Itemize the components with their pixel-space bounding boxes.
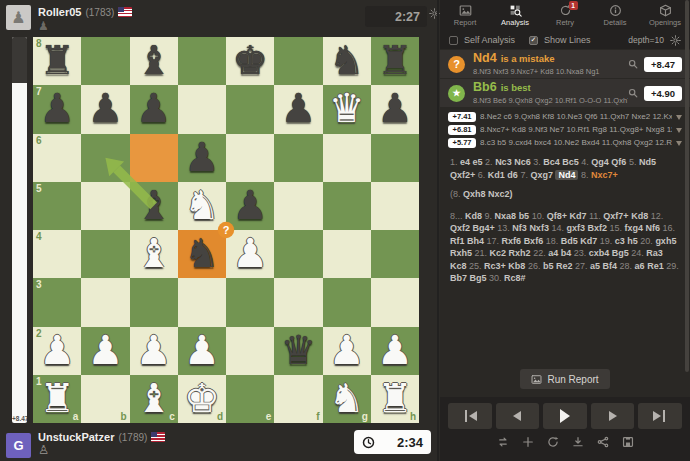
move[interactable]: Rxh2	[509, 248, 531, 258]
move-number: 18.	[546, 236, 559, 246]
chess-analysis-app: ♟ +8.47 G Roller05 (1783) ♟ 2:27 Unstuck…	[0, 0, 690, 461]
move[interactable]: Qxf7+	[603, 211, 628, 221]
move[interactable]: b4	[561, 248, 572, 258]
square-c2[interactable]: ♟	[130, 327, 178, 375]
white-pawn-c2: ♟	[130, 327, 178, 375]
white-pawn-d2: ♟	[178, 327, 226, 375]
white-pawn-e4: ♟	[226, 230, 274, 278]
move[interactable]: Bf4	[603, 261, 618, 271]
black-pawn-h7: ♟	[371, 85, 419, 133]
square-d7[interactable]	[178, 85, 226, 133]
bottom-player-row: UnstuckPatzer (1789)	[38, 431, 165, 443]
square-h6[interactable]	[371, 134, 419, 182]
move[interactable]: h5	[627, 236, 638, 246]
square-a1[interactable]: 1a♜	[33, 375, 81, 423]
expand-caret-icon[interactable]	[676, 115, 682, 123]
top-player-name[interactable]: Roller05	[38, 6, 81, 18]
move[interactable]: Qf8+	[547, 211, 567, 221]
move[interactable]: gxh5	[655, 236, 676, 246]
move-number: 10.	[532, 211, 545, 221]
move[interactable]: Bc4	[543, 157, 560, 167]
move[interactable]: Kd8	[465, 211, 482, 221]
square-h1[interactable]: h♜	[371, 375, 419, 423]
self-analysis-label: Self Analysis	[464, 35, 515, 45]
square-f6[interactable]	[274, 134, 322, 182]
square-g8[interactable]: ♞	[323, 37, 371, 85]
move[interactable]: e5	[473, 157, 483, 167]
eval-badge: +4.90	[644, 86, 682, 101]
square-h3[interactable]	[371, 278, 419, 326]
tab-label: Retry	[556, 18, 574, 27]
move[interactable]: Bxf2	[587, 223, 607, 233]
move[interactable]: Nxc7+	[591, 170, 618, 180]
rank-label-4: 4	[36, 231, 42, 242]
move-list: 1. e4 e5 2. Nc3 Nc6 3. Bc4 Bc5 4. Qg4 Qf…	[440, 150, 690, 291]
black-knight-d4: ♞	[178, 230, 226, 278]
play-icon	[560, 409, 570, 423]
square-e1[interactable]: e	[226, 375, 274, 423]
file-label-d: d	[217, 411, 223, 422]
move[interactable]: fxg4	[625, 223, 644, 233]
file-label-e: e	[266, 411, 272, 422]
move-number: 8...	[450, 211, 463, 221]
skip-end-icon	[653, 410, 668, 422]
move[interactable]: Nc3	[495, 157, 512, 167]
depth-indicator: depth=10	[628, 35, 664, 45]
move-number: 21.	[475, 248, 488, 258]
square-g7[interactable]: ♛	[323, 85, 371, 133]
file-label-h: h	[410, 411, 416, 422]
square-b5[interactable]	[81, 182, 129, 230]
square-f1[interactable]: f	[274, 375, 322, 423]
file-label-c: c	[169, 411, 175, 422]
square-a5[interactable]: 5	[33, 182, 81, 230]
move[interactable]: b5	[519, 211, 530, 221]
move-number: 7.	[520, 170, 528, 180]
best-move-star-icon: ★	[448, 85, 465, 102]
move[interactable]: a6	[635, 261, 645, 271]
mainline-moves: 1. e4 e5 2. Nc3 Nc6 3. Bc4 Bc5 4. Qg4 Qf…	[450, 156, 680, 181]
square-e7[interactable]	[226, 85, 274, 133]
tab-retry[interactable]: 1Retry	[540, 4, 590, 27]
file-label-g: g	[362, 411, 368, 422]
engine-eval-badge: +5.77	[448, 138, 476, 148]
square-c5[interactable]: ♝	[130, 182, 178, 230]
square-d3[interactable]	[178, 278, 226, 326]
flip-board-icon[interactable]	[497, 436, 509, 448]
move-number: 13.	[497, 223, 510, 233]
black-pawn-f7: ♟	[274, 85, 322, 133]
square-d5[interactable]: ♞	[178, 182, 226, 230]
move[interactable]: Kd7	[569, 211, 586, 221]
move[interactable]: d6	[507, 170, 518, 180]
square-h5[interactable]	[371, 182, 419, 230]
avatar-top-player[interactable]: ♟	[6, 5, 31, 30]
black-knight-g8: ♞	[323, 37, 371, 85]
move-number: 22.	[533, 248, 546, 258]
tab-label: Analysis	[501, 18, 529, 27]
black-pawn-d6: ♟	[178, 134, 226, 182]
download-icon[interactable]	[572, 436, 584, 448]
panel-spacer	[440, 291, 690, 370]
step-back-button[interactable]	[496, 403, 540, 429]
step-forward-icon	[609, 411, 617, 421]
skip-end-button[interactable]	[638, 403, 682, 429]
white-queen-g7: ♛	[323, 85, 371, 133]
move[interactable]: Qxh8	[463, 189, 486, 199]
black-pawn-e5: ♟	[226, 182, 274, 230]
square-g5[interactable]	[323, 182, 371, 230]
feedback-line: 8.Nf3 Be6 9.Qxh8 Qxg2 10.Rf1 O-O-O 11.Qx…	[473, 96, 628, 105]
engine-line-moves: 8.Nxc7+ Kd8 9.Nf3 Ne7 10.Rf1 Rg8 11.Qxg8…	[480, 125, 672, 134]
square-g6[interactable]	[323, 134, 371, 182]
engine-lines: +7.418.Ne2 c6 9.Qxh8 Kf8 10.Ne3 Qf6 11.Q…	[440, 107, 690, 150]
move[interactable]: Nd4	[555, 170, 578, 180]
show-lines-checkbox[interactable]: ✓	[529, 36, 538, 45]
panel-tab-bar: ReportAnalysis1RetryDetailsOpenings	[440, 0, 690, 31]
move[interactable]: Bg5	[470, 273, 487, 283]
playback-controls	[440, 397, 690, 461]
square-f5[interactable]	[274, 182, 322, 230]
black-pawn-b7: ♟	[81, 85, 129, 133]
square-b3[interactable]	[81, 278, 129, 326]
move-number: 6.	[478, 170, 486, 180]
tab-label: Details	[604, 18, 627, 27]
square-b4[interactable]	[81, 230, 129, 278]
self-analysis-checkbox[interactable]	[449, 36, 458, 45]
move[interactable]: Nf6	[646, 223, 661, 233]
move-number: 2.	[485, 157, 493, 167]
move[interactable]: Nxf3	[529, 223, 549, 233]
move[interactable]: Kd1	[488, 170, 505, 180]
engine-line-2[interactable]: +6.818.Nxc7+ Kd8 9.Nf3 Ne7 10.Rf1 Rg8 11…	[448, 124, 682, 135]
square-d2[interactable]: ♟	[178, 327, 226, 375]
move[interactable]: Qf6	[611, 157, 626, 167]
move-number: 17.	[487, 236, 500, 246]
move[interactable]: b5	[543, 261, 554, 271]
rank-label-5: 5	[36, 183, 42, 194]
move[interactable]: Nxc2)	[488, 189, 513, 199]
move-number: 3.	[533, 157, 541, 167]
black-rook-h8: ♜	[371, 37, 419, 85]
analysis-options-row: Self Analysis ✓ Show Lines depth=10	[440, 31, 690, 49]
move-number: (8.	[450, 189, 461, 199]
tab-label: Openings	[649, 18, 681, 27]
move[interactable]: Rxf6	[502, 236, 522, 246]
tab-report[interactable]: Report	[440, 4, 490, 27]
move[interactable]: Ra3	[646, 248, 663, 258]
us-flag-icon	[118, 7, 132, 17]
engine-line-3[interactable]: +5.778.c3 b5 9.cxd4 bxc4 10.Ne2 Bxd4 11.…	[448, 137, 682, 148]
rank-label-7: 7	[36, 86, 42, 97]
continuation-moves: 8... Kd8 9. Nxa8 b5 10. Qf8+ Kd7 11. Qxf…	[450, 210, 680, 285]
evaluation-bar: +8.47	[12, 37, 27, 423]
square-c6[interactable]	[130, 134, 178, 182]
square-e2[interactable]	[226, 327, 274, 375]
move[interactable]: Bh4	[467, 236, 484, 246]
top-captured-pawn-icon: ♟	[38, 20, 49, 32]
step-forward-button[interactable]	[591, 403, 635, 429]
square-b1[interactable]: b	[81, 375, 129, 423]
square-e4[interactable]: ♟	[226, 230, 274, 278]
move[interactable]: Bxf6	[524, 236, 544, 246]
black-rook-a8: ♜	[33, 37, 81, 85]
white-rook-h1: ♜	[371, 375, 419, 423]
rank-label-3: 3	[36, 279, 42, 290]
square-d8[interactable]	[178, 37, 226, 85]
bottom-captured-pawn-icon: ♙	[38, 444, 49, 456]
chess-board[interactable]: 8♜♝♚♞♜7♟♟♟♟♛♟6♟5♝♞♟4♝♞♟32♟♟♟♟♛♟♟1a♜bc♝d♚…	[33, 37, 419, 423]
square-d6[interactable]: ♟	[178, 134, 226, 182]
white-pawn-b2: ♟	[81, 327, 129, 375]
square-d1[interactable]: d♚	[178, 375, 226, 423]
details-icon	[609, 4, 622, 17]
move[interactable]: Kc2	[490, 248, 507, 258]
move[interactable]: c3	[615, 236, 625, 246]
square-a6[interactable]: 6	[33, 134, 81, 182]
square-b8[interactable]	[81, 37, 129, 85]
analysis-icon	[509, 4, 522, 17]
move[interactable]: Bg4+	[473, 223, 495, 233]
move-number: 14.	[551, 223, 564, 233]
square-d4[interactable]: ♞	[178, 230, 226, 278]
run-report-button[interactable]: Run Report	[520, 369, 609, 389]
square-a3[interactable]: 3	[33, 278, 81, 326]
square-c1[interactable]: c♝	[130, 375, 178, 423]
white-pawn-a2: ♟	[33, 327, 81, 375]
openings-icon	[659, 4, 672, 17]
tab-details[interactable]: Details	[590, 4, 640, 27]
share-icon[interactable]	[597, 436, 609, 448]
square-h2[interactable]: ♟	[371, 327, 419, 375]
file-label-f: f	[316, 411, 319, 422]
move-number: 8.	[581, 170, 589, 180]
move-number: 9.	[485, 211, 493, 221]
feedback-nd4[interactable]: ?Nd4is a mistake8.Nf3 Nxf3 9.Nxc7+ Kd8 1…	[440, 50, 690, 78]
expand-caret-icon[interactable]	[676, 141, 682, 149]
square-f4[interactable]	[274, 230, 322, 278]
move[interactable]: Kd8	[631, 211, 648, 221]
tab-analysis[interactable]: Analysis	[490, 4, 540, 27]
move[interactable]: Nf3	[512, 223, 527, 233]
add-icon[interactable]	[522, 436, 534, 448]
move-number: 27.	[575, 261, 588, 271]
engine-line-1[interactable]: +7.418.Ne2 c6 9.Qxh8 Kf8 10.Ne3 Qf6 11.Q…	[448, 111, 682, 122]
move[interactable]: gxf3	[566, 223, 585, 233]
move-number: 11.	[589, 211, 601, 221]
square-h7[interactable]: ♟	[371, 85, 419, 133]
move-number: 12.	[651, 211, 664, 221]
move[interactable]: Kd7	[580, 236, 597, 246]
square-g2[interactable]: ♟	[323, 327, 371, 375]
move-feedback-list: ?Nd4is a mistake8.Nf3 Nxf3 9.Nxc7+ Kd8 1…	[440, 49, 690, 107]
play-button[interactable]	[543, 403, 587, 429]
white-knight-d5: ♞	[178, 182, 226, 230]
rank-label-2: 2	[36, 328, 42, 339]
move[interactable]: Nc6	[514, 157, 531, 167]
run-report-label: Run Report	[547, 374, 598, 385]
square-e6[interactable]	[226, 134, 274, 182]
black-pawn-c7: ♟	[130, 85, 178, 133]
move-number: 28.	[620, 261, 633, 271]
move[interactable]: Rf1	[450, 236, 465, 246]
move[interactable]: Bb7	[450, 273, 467, 283]
us-flag-icon	[151, 432, 165, 442]
white-king-d1: ♚	[178, 375, 226, 423]
square-b6[interactable]	[81, 134, 129, 182]
black-bishop-c8: ♝	[130, 37, 178, 85]
move-number: 30.	[489, 273, 502, 283]
move-number: 20.	[640, 236, 653, 246]
white-pawn-h2: ♟	[371, 327, 419, 375]
move[interactable]: Rc8#	[504, 273, 526, 283]
move[interactable]: Bd5	[561, 236, 578, 246]
move[interactable]: Nd5	[639, 157, 656, 167]
rank-label-6: 6	[36, 135, 42, 146]
square-e8[interactable]: ♚	[226, 37, 274, 85]
expand-caret-icon[interactable]	[676, 128, 682, 136]
move-number: 29.	[666, 261, 679, 271]
white-rook-a1: ♜	[33, 375, 81, 423]
move[interactable]: Re1	[647, 261, 664, 271]
move-number: 23.	[574, 248, 587, 258]
tab-openings[interactable]: Openings	[640, 4, 690, 27]
retry-icon: 1	[559, 4, 572, 17]
engine-eval-badge: +7.41	[448, 112, 476, 122]
utility-icon-row	[448, 436, 682, 448]
move[interactable]: Re2	[556, 261, 573, 271]
square-c3[interactable]	[130, 278, 178, 326]
rank-label-1: 1	[36, 376, 42, 387]
panel-scrollbar[interactable]	[685, 0, 689, 372]
square-f2[interactable]: ♛	[274, 327, 322, 375]
square-a2[interactable]: 2♟	[33, 327, 81, 375]
step-back-icon	[513, 411, 521, 421]
magnifier-icon[interactable]	[628, 88, 638, 98]
white-pawn-g2: ♟	[323, 327, 371, 375]
square-c7[interactable]: ♟	[130, 85, 178, 133]
nav-button-row	[448, 403, 682, 429]
move[interactable]: Kb8	[508, 261, 525, 271]
file-label-b: b	[120, 411, 126, 422]
skip-start-icon	[463, 410, 478, 422]
file-label-a: a	[73, 411, 79, 422]
panel-divider	[437, 0, 439, 461]
move[interactable]: Kc8	[450, 261, 467, 271]
move-number: 15.	[610, 223, 623, 233]
move-number: 19.	[600, 236, 613, 246]
black-king-e8: ♚	[226, 37, 274, 85]
feedback-bb6[interactable]: ★Bb6is best8.Nf3 Be6 9.Qxh8 Qxg2 10.Rf1 …	[440, 79, 690, 107]
white-bishop-c1: ♝	[130, 375, 178, 423]
engine-line-moves: 8.c3 b5 9.cxd4 bxc4 10.Ne2 Bxd4 11.Qxh8 …	[480, 138, 672, 147]
top-player-clock: 2:27	[365, 6, 427, 27]
square-e5[interactable]: ♟	[226, 182, 274, 230]
move-number: 26.	[528, 261, 541, 271]
black-bishop-c5: ♝	[130, 182, 178, 230]
move-number: 16.	[663, 223, 676, 233]
square-h8[interactable]: ♜	[371, 37, 419, 85]
mistake-icon: ?	[448, 56, 465, 73]
engine-settings-gear-icon[interactable]	[670, 35, 681, 46]
show-lines-label: Show Lines	[544, 35, 591, 45]
bottom-player-name[interactable]: UnstuckPatzer	[38, 431, 114, 443]
square-g4[interactable]	[323, 230, 371, 278]
save-icon[interactable]	[622, 436, 634, 448]
square-h4[interactable]	[371, 230, 419, 278]
square-a8[interactable]: 8♜	[33, 37, 81, 85]
move[interactable]: Bg5	[612, 248, 629, 258]
move[interactable]: e4	[460, 157, 470, 167]
bottom-player-clock: 2:34	[354, 430, 431, 454]
square-g1[interactable]: g♞	[323, 375, 371, 423]
bottom-player-rating: (1789)	[118, 432, 147, 443]
top-player-row: Roller05 (1783)	[38, 6, 132, 18]
move-number: 1.	[450, 157, 458, 167]
move[interactable]: Rxh5	[450, 248, 472, 258]
move[interactable]: Rc3+	[484, 261, 506, 271]
move[interactable]: Qg4	[591, 157, 609, 167]
rank-label-8: 8	[36, 38, 42, 49]
feedback-headline: Bb6is best	[473, 81, 628, 94]
feedback-headline: Nd4is a mistake	[473, 52, 600, 65]
move[interactable]: Qxf2	[450, 223, 470, 233]
retry-badge: 1	[569, 1, 578, 10]
eval-badge: +8.47	[644, 57, 682, 72]
square-a4[interactable]: 4	[33, 230, 81, 278]
square-a7[interactable]: 7♟	[33, 85, 81, 133]
skip-start-button[interactable]	[448, 403, 492, 429]
square-b7[interactable]: ♟	[81, 85, 129, 133]
move[interactable]: cxb4	[589, 248, 610, 258]
reset-icon[interactable]	[547, 436, 559, 448]
move[interactable]: a5	[590, 261, 600, 271]
square-f8[interactable]	[274, 37, 322, 85]
square-c4[interactable]: ♝	[130, 230, 178, 278]
move-number: 24.	[631, 248, 644, 258]
analysis-panel: ReportAnalysis1RetryDetailsOpenings Self…	[440, 0, 690, 461]
feedback-line: 8.Nf3 Nxf3 9.Nxc7+ Kd8 10.Nxa8 Ng1	[473, 67, 600, 76]
magnifier-icon[interactable]	[628, 59, 638, 69]
square-f3[interactable]	[274, 278, 322, 326]
report-icon	[531, 374, 542, 385]
square-g3[interactable]	[323, 278, 371, 326]
move[interactable]: Qxg7	[530, 170, 553, 180]
move[interactable]: Bc5	[562, 157, 579, 167]
move-number: 5.	[629, 157, 637, 167]
move[interactable]: a4	[548, 248, 558, 258]
square-c8[interactable]: ♝	[130, 37, 178, 85]
variation-moves: (8. Qxh8 Nxc2)	[450, 188, 680, 201]
bottom-clock-time: 2:34	[397, 435, 423, 450]
white-bishop-c4: ♝	[130, 230, 178, 278]
eval-bar-black-portion	[12, 37, 27, 83]
square-b2[interactable]: ♟	[81, 327, 129, 375]
top-player-rating: (1783)	[85, 7, 114, 18]
square-f7[interactable]: ♟	[274, 85, 322, 133]
clock-icon	[362, 436, 375, 449]
move-number: 4.	[581, 157, 589, 167]
square-e3[interactable]	[226, 278, 274, 326]
black-queen-f2: ♛	[274, 327, 322, 375]
white-knight-g1: ♞	[323, 375, 371, 423]
move[interactable]: Qxf2+	[450, 170, 475, 180]
engine-line-moves: 8.Ne2 c6 9.Qxh8 Kf8 10.Ne3 Qf6 11.Qxh7 N…	[480, 112, 672, 121]
move[interactable]: Nxa8	[495, 211, 517, 221]
tab-label: Report	[454, 18, 477, 27]
avatar-bottom-player[interactable]: G	[6, 433, 31, 458]
black-pawn-a7: ♟	[33, 85, 81, 133]
